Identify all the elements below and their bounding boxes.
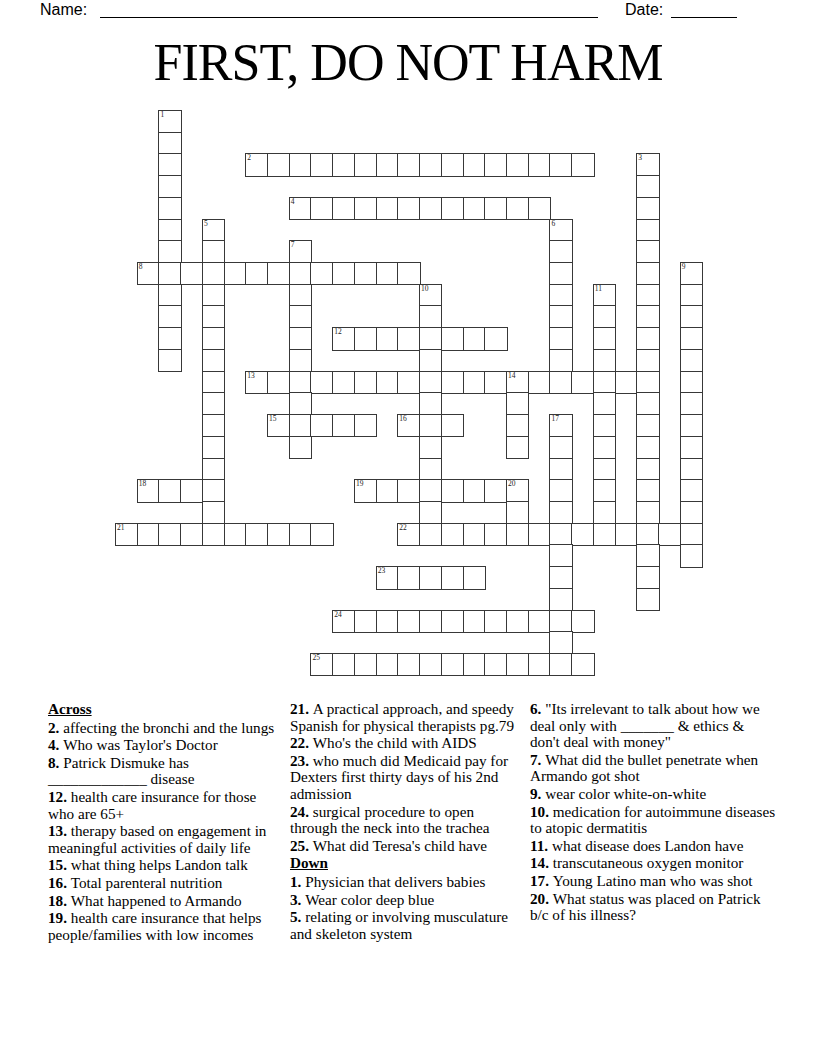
grid-cell[interactable]	[202, 479, 225, 502]
grid-cell[interactable]	[506, 436, 529, 459]
grid-cell[interactable]	[158, 132, 181, 155]
grid-cell[interactable]	[419, 436, 442, 459]
grid-cell[interactable]	[419, 501, 442, 524]
grid-cell[interactable]	[419, 610, 442, 633]
grid-cell[interactable]	[397, 153, 420, 176]
clue-number: 8	[139, 263, 143, 271]
grid-cell[interactable]	[571, 523, 594, 546]
date-input-line[interactable]	[671, 1, 737, 18]
date-label: Date:	[625, 1, 663, 19]
grid-cell[interactable]	[376, 197, 399, 220]
clue-number: 1	[160, 111, 164, 119]
grid-cell[interactable]	[376, 153, 399, 176]
grid-cell[interactable]	[202, 458, 225, 481]
grid-cell[interactable]	[549, 327, 572, 350]
grid-cell[interactable]	[549, 284, 572, 307]
grid-cell[interactable]	[463, 371, 486, 394]
grid-cell[interactable]	[463, 566, 486, 589]
grid-cell[interactable]	[202, 262, 225, 285]
grid-cell[interactable]	[158, 240, 181, 263]
grid-cell[interactable]	[137, 523, 160, 546]
grid-cell[interactable]	[636, 588, 659, 611]
grid-cell[interactable]	[636, 175, 659, 198]
grid-cell[interactable]: 23	[376, 566, 399, 589]
grid-cell[interactable]	[571, 653, 594, 676]
grid-cell[interactable]	[506, 653, 529, 676]
clue-number: 24	[334, 611, 342, 619]
clue-number: 6	[551, 220, 555, 228]
grid-cell[interactable]	[463, 523, 486, 546]
grid-cell[interactable]	[397, 479, 420, 502]
grid-cell[interactable]	[593, 523, 616, 546]
grid-cell[interactable]	[289, 262, 312, 285]
grid-cell[interactable]	[549, 610, 572, 633]
grid-cell[interactable]	[463, 153, 486, 176]
grid-cell[interactable]	[245, 262, 268, 285]
grid-cell[interactable]	[419, 153, 442, 176]
grid-cell[interactable]: 18	[137, 479, 160, 502]
grid-cell[interactable]: 22	[397, 523, 420, 546]
grid-cell[interactable]	[593, 479, 616, 502]
grid-cell[interactable]	[636, 544, 659, 567]
grid-cell[interactable]	[202, 305, 225, 328]
grid-cell[interactable]	[528, 371, 551, 394]
grid-cell[interactable]	[267, 262, 290, 285]
clue-down-7: 7. What did the bullet penetrate when Ar…	[530, 752, 777, 785]
grid-cell[interactable]	[549, 588, 572, 611]
grid-cell[interactable]	[463, 610, 486, 633]
grid-cell[interactable]	[506, 501, 529, 524]
clue-number: 12	[334, 328, 342, 336]
grid-cell[interactable]	[484, 371, 507, 394]
clue-number: 22	[399, 524, 407, 532]
grid-cell[interactable]: 19	[354, 479, 377, 502]
grid-cell[interactable]	[680, 436, 703, 459]
grid-cell[interactable]	[419, 327, 442, 350]
grid-cell[interactable]	[419, 371, 442, 394]
grid-cell[interactable]	[680, 305, 703, 328]
grid-cell[interactable]: 4	[289, 197, 312, 220]
clue-across-16: 16. Total parenteral nutrition	[48, 875, 286, 892]
clue-across-21: 21. A practical approach, and speedy Spa…	[290, 701, 518, 734]
grid-cell[interactable]	[484, 479, 507, 502]
grid-cell[interactable]	[202, 240, 225, 263]
clue-down-10: 10. medication for autoimmune diseases t…	[530, 804, 777, 837]
grid-cell[interactable]	[549, 566, 572, 589]
grid-cell[interactable]	[419, 523, 442, 546]
grid-cell[interactable]	[332, 153, 355, 176]
grid-cell[interactable]	[158, 219, 181, 242]
grid-cell[interactable]	[310, 197, 333, 220]
grid-cell[interactable]	[310, 371, 333, 394]
clue-number: 23	[378, 567, 386, 575]
grid-cell[interactable]: 8	[137, 262, 160, 285]
grid-cell[interactable]	[354, 371, 377, 394]
grid-cell[interactable]	[549, 349, 572, 372]
grid-cell[interactable]	[202, 392, 225, 415]
grid-cell[interactable]	[593, 349, 616, 372]
grid-cell[interactable]: 25	[310, 653, 333, 676]
grid-cell[interactable]	[549, 523, 572, 546]
grid-cell[interactable]	[593, 327, 616, 350]
grid-cell[interactable]	[484, 610, 507, 633]
grid-cell[interactable]	[463, 197, 486, 220]
grid-cell[interactable]	[441, 566, 464, 589]
grid-cell[interactable]	[441, 523, 464, 546]
grid-cell[interactable]	[419, 197, 442, 220]
grid-cell[interactable]	[484, 327, 507, 350]
clue-down-11: 11. what disease does Landon have	[530, 838, 777, 855]
grid-cell[interactable]	[376, 610, 399, 633]
clue-number: 19	[356, 480, 364, 488]
grid-cell[interactable]	[397, 653, 420, 676]
grid-cell[interactable]	[593, 501, 616, 524]
grid-cell[interactable]: 20	[506, 479, 529, 502]
grid-cell[interactable]	[571, 371, 594, 394]
grid-cell[interactable]	[441, 371, 464, 394]
grid-cell[interactable]	[441, 610, 464, 633]
grid-cell[interactable]	[680, 392, 703, 415]
grid-cell[interactable]	[289, 371, 312, 394]
clue-column-3: 6. "Its irrelevant to talk about how we …	[530, 701, 777, 925]
grid-cell[interactable]	[202, 414, 225, 437]
grid-cell[interactable]	[549, 436, 572, 459]
grid-cell[interactable]	[593, 305, 616, 328]
clue-column-1: Across2. affecting the bronchi and the l…	[48, 701, 286, 944]
clue-across-13: 13. therapy based on engagement in meani…	[48, 823, 286, 856]
grid-cell[interactable]	[441, 414, 464, 437]
clue-number: 15	[269, 415, 277, 423]
grid-cell[interactable]	[636, 414, 659, 437]
grid-cell[interactable]	[636, 479, 659, 502]
clue-number: 5	[204, 220, 208, 228]
grid-cell[interactable]	[680, 458, 703, 481]
grid-cell[interactable]	[289, 349, 312, 372]
grid-cell[interactable]	[419, 479, 442, 502]
grid-cell[interactable]	[419, 392, 442, 415]
grid-cell[interactable]: 24	[332, 610, 355, 633]
grid-cell[interactable]: 16	[397, 414, 420, 437]
grid-cell[interactable]	[267, 371, 290, 394]
grid-cell[interactable]	[245, 523, 268, 546]
clue-across-2: 2. affecting the bronchi and the lungs	[48, 720, 286, 737]
grid-cell[interactable]	[636, 197, 659, 220]
grid-cell[interactable]	[202, 284, 225, 307]
grid-cell[interactable]	[506, 414, 529, 437]
grid-cell[interactable]: 17	[549, 414, 572, 437]
name-input-line[interactable]	[100, 1, 598, 18]
grid-cell[interactable]	[397, 371, 420, 394]
clue-across-25: 25. What did Teresa's child have	[290, 838, 518, 855]
grid-cell[interactable]	[158, 284, 181, 307]
grid-cell[interactable]	[354, 262, 377, 285]
grid-cell[interactable]	[376, 653, 399, 676]
grid-cell[interactable]	[419, 566, 442, 589]
grid-cell[interactable]: 7	[289, 240, 312, 263]
grid-cell[interactable]	[267, 523, 290, 546]
grid-cell[interactable]	[528, 523, 551, 546]
name-label: Name:	[40, 1, 87, 19]
grid-cell[interactable]	[484, 523, 507, 546]
grid-cell[interactable]: 2	[245, 153, 268, 176]
grid-cell[interactable]	[158, 262, 181, 285]
clue-down-17: 17. Young Latino man who was shot	[530, 873, 777, 890]
grid-cell[interactable]	[636, 458, 659, 481]
grid-cell[interactable]	[376, 262, 399, 285]
grid-cell[interactable]	[549, 153, 572, 176]
clue-number: 16	[399, 415, 407, 423]
grid-cell[interactable]	[549, 501, 572, 524]
grid-cell[interactable]	[332, 197, 355, 220]
grid-cell[interactable]	[680, 327, 703, 350]
clue-down-5: 5. relating or involving musculature and…	[290, 909, 518, 942]
grid-cell[interactable]	[636, 349, 659, 372]
grid-cell[interactable]	[593, 392, 616, 415]
grid-cell[interactable]	[310, 262, 333, 285]
grid-cell[interactable]	[615, 523, 638, 546]
grid-cell[interactable]	[463, 327, 486, 350]
grid-cell[interactable]	[680, 523, 703, 546]
grid-cell[interactable]	[419, 305, 442, 328]
grid-cell[interactable]	[636, 327, 659, 350]
grid-cell[interactable]	[397, 262, 420, 285]
grid-cell[interactable]	[441, 479, 464, 502]
grid-cell[interactable]	[158, 153, 181, 176]
grid-cell[interactable]: 3	[636, 153, 659, 176]
clue-column-2: 21. A practical approach, and speedy Spa…	[290, 701, 518, 943]
grid-cell[interactable]	[158, 349, 181, 372]
grid-cell[interactable]: 11	[593, 284, 616, 307]
grid-cell[interactable]	[397, 610, 420, 633]
grid-cell[interactable]	[593, 436, 616, 459]
grid-cell[interactable]	[289, 414, 312, 437]
clue-number: 14	[508, 372, 516, 380]
grid-cell[interactable]: 13	[245, 371, 268, 394]
grid-cell[interactable]	[549, 458, 572, 481]
grid-cell[interactable]	[202, 349, 225, 372]
grid-cell[interactable]	[528, 653, 551, 676]
clue-number: 2	[247, 154, 251, 162]
grid-cell[interactable]	[549, 479, 572, 502]
grid-cell[interactable]	[549, 544, 572, 567]
clue-down-9: 9. wear color white-on-white	[530, 786, 777, 803]
grid-cell[interactable]	[636, 523, 659, 546]
grid-cell[interactable]	[419, 414, 442, 437]
grid-cell[interactable]	[354, 327, 377, 350]
grid-cell[interactable]	[506, 153, 529, 176]
grid-cell[interactable]	[289, 392, 312, 415]
grid-cell[interactable]	[419, 349, 442, 372]
grid-cell[interactable]	[593, 371, 616, 394]
grid-cell[interactable]: 14	[506, 371, 529, 394]
down-header: Down	[290, 855, 518, 872]
grid-cell[interactable]	[441, 197, 464, 220]
grid-cell[interactable]: 12	[332, 327, 355, 350]
grid-cell[interactable]	[680, 479, 703, 502]
grid-cell[interactable]	[636, 566, 659, 589]
grid-cell[interactable]	[441, 327, 464, 350]
grid-cell[interactable]	[158, 305, 181, 328]
grid-cell[interactable]	[332, 262, 355, 285]
clue-number: 17	[551, 415, 559, 423]
grid-cell[interactable]	[419, 458, 442, 481]
grid-cell[interactable]	[441, 153, 464, 176]
grid-cell[interactable]	[506, 392, 529, 415]
grid-cell[interactable]	[332, 653, 355, 676]
grid-cell[interactable]	[397, 566, 420, 589]
grid-cell[interactable]	[180, 262, 203, 285]
puzzle-title: FIRST, DO NOT HARM	[0, 33, 816, 92]
grid-cell[interactable]	[202, 436, 225, 459]
grid-cell[interactable]	[636, 392, 659, 415]
grid-cell[interactable]	[636, 371, 659, 394]
grid-cell[interactable]: 10	[419, 284, 442, 307]
grid-cell[interactable]	[289, 327, 312, 350]
grid-cell[interactable]	[202, 523, 225, 546]
grid-cell[interactable]	[680, 544, 703, 567]
grid-cell[interactable]	[289, 305, 312, 328]
crossword-grid: 1234567891011121314151617181920212223242…	[115, 110, 702, 676]
grid-cell[interactable]	[158, 175, 181, 198]
grid-cell[interactable]	[463, 653, 486, 676]
clue-across-18: 18. What happened to Armando	[48, 893, 286, 910]
clue-down-6: 6. "Its irrelevant to talk about how we …	[530, 701, 777, 751]
grid-cell[interactable]	[680, 284, 703, 307]
grid-cell[interactable]	[549, 631, 572, 654]
clue-number: 25	[312, 654, 320, 662]
grid-cell[interactable]	[463, 479, 486, 502]
grid-cell[interactable]	[158, 197, 181, 220]
clue-number: 20	[508, 480, 516, 488]
grid-cell[interactable]	[202, 501, 225, 524]
grid-cell[interactable]	[484, 153, 507, 176]
grid-cell[interactable]	[441, 653, 464, 676]
grid-cell[interactable]: 21	[115, 523, 138, 546]
clue-number: 9	[682, 263, 686, 271]
grid-cell[interactable]	[484, 653, 507, 676]
grid-cell[interactable]	[593, 458, 616, 481]
grid-cell[interactable]	[310, 523, 333, 546]
clue-across-22: 22. Who's the child with AIDS	[290, 735, 518, 752]
grid-cell[interactable]	[549, 653, 572, 676]
grid-cell[interactable]	[332, 414, 355, 437]
grid-cell[interactable]	[506, 610, 529, 633]
clue-down-3: 3. Wear color deep blue	[290, 892, 518, 909]
grid-cell[interactable]	[636, 284, 659, 307]
grid-cell[interactable]: 6	[549, 219, 572, 242]
grid-cell[interactable]	[484, 197, 507, 220]
grid-cell[interactable]	[376, 371, 399, 394]
grid-cell[interactable]	[658, 523, 681, 546]
worksheet-page: Name: Date: FIRST, DO NOT HARM 123456789…	[0, 0, 816, 1056]
grid-cell[interactable]	[680, 349, 703, 372]
grid-cell[interactable]	[289, 284, 312, 307]
grid-cell[interactable]	[376, 327, 399, 350]
grid-cell[interactable]	[636, 305, 659, 328]
grid-cell[interactable]	[289, 436, 312, 459]
clue-down-1: 1. Physician that delivers babies	[290, 874, 518, 891]
grid-cell[interactable]: 5	[202, 219, 225, 242]
grid-cell[interactable]	[636, 240, 659, 263]
clue-across-24: 24. surgical procedure to open through t…	[290, 804, 518, 837]
grid-cell[interactable]	[549, 262, 572, 285]
clue-number: 18	[139, 480, 147, 488]
grid-cell[interactable]	[332, 371, 355, 394]
grid-cell[interactable]	[549, 240, 572, 263]
grid-cell[interactable]	[636, 501, 659, 524]
grid-cell[interactable]	[549, 305, 572, 328]
grid-cell[interactable]	[636, 262, 659, 285]
grid-cell[interactable]	[419, 653, 442, 676]
grid-cell[interactable]	[202, 371, 225, 394]
clue-across-8: 8. Patrick Dismuke has _____________ dis…	[48, 755, 286, 788]
grid-cell[interactable]	[180, 523, 203, 546]
grid-cell[interactable]	[354, 610, 377, 633]
grid-cell[interactable]	[354, 414, 377, 437]
grid-cell[interactable]: 15	[267, 414, 290, 437]
grid-cell[interactable]	[267, 153, 290, 176]
grid-cell[interactable]	[376, 479, 399, 502]
grid-cell[interactable]	[506, 197, 529, 220]
grid-cell[interactable]	[397, 197, 420, 220]
grid-cell[interactable]	[506, 523, 529, 546]
clue-across-23: 23. who much did Medicaid pay for Dexter…	[290, 753, 518, 803]
grid-cell[interactable]	[571, 610, 594, 633]
clue-across-12: 12. health care insurance for those who …	[48, 789, 286, 822]
grid-cell[interactable]	[593, 414, 616, 437]
grid-cell[interactable]	[180, 479, 203, 502]
grid-cell[interactable]	[615, 371, 638, 394]
grid-cell[interactable]	[224, 523, 247, 546]
grid-cell[interactable]: 9	[680, 262, 703, 285]
grid-cell[interactable]	[289, 523, 312, 546]
clue-number: 21	[117, 524, 125, 532]
clue-across-4: 4. Who was Taylor's Doctor	[48, 737, 286, 754]
grid-cell[interactable]	[310, 153, 333, 176]
grid-cell[interactable]: 1	[158, 110, 181, 133]
grid-cell[interactable]	[158, 327, 181, 350]
grid-cell[interactable]	[636, 436, 659, 459]
grid-cell[interactable]	[549, 371, 572, 394]
clue-number: 10	[421, 285, 429, 293]
clue-down-20: 20. What status was placed on Patrick b/…	[530, 891, 777, 924]
clue-number: 3	[638, 154, 642, 162]
grid-cell[interactable]	[571, 153, 594, 176]
grid-cell[interactable]	[680, 501, 703, 524]
grid-cell[interactable]	[528, 610, 551, 633]
grid-cell[interactable]	[680, 371, 703, 394]
clue-down-14: 14. transcutaneous oxygen monitor	[530, 855, 777, 872]
grid-cell[interactable]	[528, 153, 551, 176]
clue-number: 7	[291, 241, 295, 249]
clue-number: 11	[595, 285, 602, 293]
clue-across-15: 15. what thing helps Landon talk	[48, 857, 286, 874]
grid-cell[interactable]	[310, 414, 333, 437]
grid-cell[interactable]	[158, 523, 181, 546]
grid-cell[interactable]	[202, 327, 225, 350]
grid-cell[interactable]	[636, 219, 659, 242]
grid-cell[interactable]	[528, 197, 551, 220]
grid-cell[interactable]	[680, 414, 703, 437]
grid-cell[interactable]	[289, 153, 312, 176]
clue-number: 4	[291, 198, 295, 206]
grid-cell[interactable]	[397, 327, 420, 350]
grid-cell[interactable]	[158, 479, 181, 502]
grid-cell[interactable]	[354, 153, 377, 176]
grid-cell[interactable]	[354, 197, 377, 220]
grid-cell[interactable]	[354, 653, 377, 676]
grid-cell[interactable]	[224, 262, 247, 285]
